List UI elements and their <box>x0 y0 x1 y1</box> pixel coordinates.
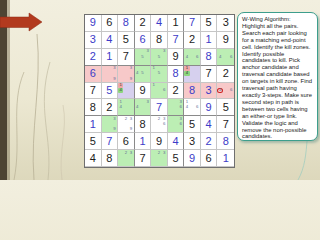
red-arrow-shape <box>0 0 48 36</box>
cell-r8c2[interactable]: 7 <box>102 133 119 150</box>
cell-r3c5[interactable]: 35 <box>151 49 168 66</box>
candidate-9: 9 <box>128 127 133 132</box>
cell-value: 7 <box>106 136 112 147</box>
description-panel: W-Wing Algorithm: Highlight all the pair… <box>237 12 318 141</box>
candidate-4: 4 <box>118 105 123 110</box>
cell-value: 7 <box>189 17 195 28</box>
cell-r2c7[interactable]: 2 <box>184 32 201 49</box>
cell-r9c2[interactable]: 8 <box>102 150 119 167</box>
cell-value: 7 <box>90 85 96 96</box>
cell-r7c8[interactable]: 4 <box>201 116 218 133</box>
cell-value: 1 <box>223 153 229 164</box>
cell-r1c3[interactable]: 8 <box>118 15 135 32</box>
cell-r8c3[interactable]: 6 <box>118 133 135 150</box>
candidate-9: 9 <box>128 76 133 81</box>
cell-r7c7[interactable]: 5 <box>184 116 201 133</box>
cell-r6c5[interactable]: 7 <box>151 99 168 116</box>
cell-r3c4[interactable]: 35 <box>135 49 152 66</box>
cell-r6c2[interactable]: 2 <box>102 99 119 116</box>
candidate-6: 6 <box>178 105 183 110</box>
cell-r9c5[interactable]: 23 <box>151 150 168 167</box>
cell-value: 8 <box>139 119 145 130</box>
candidate-4: 4 <box>217 54 223 59</box>
candidate-4: 4 <box>217 88 223 93</box>
candidate-1: 1 <box>151 83 156 88</box>
cell-value: 2 <box>90 51 96 62</box>
candidate-6: 6 <box>228 54 234 59</box>
cell-r3c9[interactable]: 46 <box>217 49 234 66</box>
cell-r5c9[interactable]: 46 <box>217 83 234 100</box>
cell-r5c3[interactable]: 14 <box>118 83 135 100</box>
cell-r9c9[interactable]: 1 <box>217 150 234 167</box>
cell-r2c9[interactable]: 9 <box>217 32 234 49</box>
cell-r7c1[interactable]: 1 <box>85 116 102 133</box>
cell-r2c6[interactable]: 7 <box>168 32 185 49</box>
cell-r4c6[interactable]: 8 <box>168 66 185 83</box>
candidate-3: 3 <box>128 66 133 71</box>
cell-r2c4[interactable]: 6 <box>135 32 152 49</box>
cell-value: 2 <box>223 68 229 79</box>
cell-value: 1 <box>172 17 178 28</box>
cell-r2c8[interactable]: 1 <box>201 32 218 49</box>
cell-r8c6[interactable]: 4 <box>168 133 185 150</box>
candidate-5: 5 <box>140 54 145 59</box>
candidate-9: 9 <box>112 127 117 132</box>
cell-r2c5[interactable]: 8 <box>151 32 168 49</box>
cell-value: 4 <box>172 136 178 147</box>
cell-r7c5[interactable]: 236 <box>151 116 168 133</box>
cell-r1c4[interactable]: 2 <box>135 15 152 32</box>
cell-r5c8[interactable]: 3 <box>201 83 218 100</box>
cell-r5c1[interactable]: 7 <box>85 83 102 100</box>
cell-r9c7[interactable]: 9 <box>184 150 201 167</box>
candidate-3: 3 <box>112 116 117 121</box>
candidate-4: 4 <box>184 54 189 59</box>
cell-r6c8[interactable]: 9 <box>201 99 218 116</box>
cell-value: 8 <box>223 136 229 147</box>
cell-value: 9 <box>139 85 145 96</box>
cell-value: 9 <box>156 136 162 147</box>
cell-value: 2 <box>139 17 145 28</box>
cell-r6c7[interactable]: 146 <box>184 99 201 116</box>
cell-value: 9 <box>90 17 96 28</box>
slide-canvas: { "game": "sudoku", "slide": { "panel_te… <box>0 0 320 180</box>
cell-value: 3 <box>189 136 195 147</box>
cell-r1c5[interactable]: 4 <box>151 15 168 32</box>
cell-value: 5 <box>189 119 195 130</box>
cell-value: 7 <box>172 34 178 45</box>
cell-value: 5 <box>172 153 178 164</box>
candidate-6: 6 <box>178 122 183 127</box>
cell-r5c4[interactable]: 9 <box>135 83 152 100</box>
cell-r5c6[interactable]: 2 <box>168 83 185 100</box>
cell-r4c2[interactable]: 39 <box>102 66 119 83</box>
cell-value: 2 <box>189 34 195 45</box>
cell-r4c1[interactable]: 6 <box>85 66 102 83</box>
cell-value: 6 <box>106 17 112 28</box>
cell-value: 1 <box>90 119 96 130</box>
cell-r4c8[interactable]: 7 <box>201 66 218 83</box>
cell-r3c6[interactable]: 9 <box>168 49 185 66</box>
cell-r8c9[interactable]: 8 <box>217 133 234 150</box>
cell-r3c2[interactable]: 1 <box>102 49 119 66</box>
cell-value: 4 <box>206 119 212 130</box>
cell-r6c1[interactable]: 8 <box>85 99 102 116</box>
cell-r7c4[interactable]: 8 <box>135 116 152 133</box>
cell-r6c4[interactable]: 34 <box>135 99 152 116</box>
cell-value: 3 <box>206 85 212 96</box>
cell-r7c3[interactable]: 239 <box>118 116 135 133</box>
candidate-3: 3 <box>162 150 167 155</box>
cell-value: 9 <box>189 153 195 164</box>
candidate-6: 6 <box>195 54 200 59</box>
cell-r3c1[interactable]: 2 <box>85 49 102 66</box>
cell-r8c8[interactable]: 2 <box>201 133 218 150</box>
cell-r5c5[interactable]: 16 <box>151 83 168 100</box>
cell-r1c6[interactable]: 1 <box>168 15 185 32</box>
cell-r2c3[interactable]: 5 <box>118 32 135 49</box>
candidate-3: 3 <box>112 66 117 71</box>
cell-r1c2[interactable]: 6 <box>102 15 119 32</box>
cell-value: 8 <box>189 85 195 96</box>
cell-value: 2 <box>206 136 212 147</box>
cell-value: 6 <box>206 153 212 164</box>
cell-value: 6 <box>123 136 129 147</box>
candidate-5: 5 <box>156 54 161 59</box>
cell-value: 5 <box>106 85 112 96</box>
cell-r8c1[interactable]: 5 <box>85 133 102 150</box>
cell-r4c9[interactable]: 2 <box>217 66 234 83</box>
candidate-3: 3 <box>145 49 150 54</box>
candidate-5: 5 <box>156 71 161 76</box>
candidate-6: 6 <box>195 105 200 110</box>
cell-r4c3[interactable]: 39 <box>118 66 135 83</box>
cell-value: 1 <box>106 51 112 62</box>
cell-value: 8 <box>156 34 162 45</box>
cell-value: 4 <box>156 17 162 28</box>
cell-r2c2[interactable]: 4 <box>102 32 119 49</box>
cell-value: 1 <box>139 136 145 147</box>
cell-r7c6[interactable]: 36 <box>168 116 185 133</box>
cell-value: 8 <box>90 102 96 113</box>
cell-value: 8 <box>206 51 212 62</box>
cell-value: 5 <box>223 102 229 113</box>
cell-r7c9[interactable]: 7 <box>217 116 234 133</box>
cell-r8c4[interactable]: 1 <box>135 133 152 150</box>
cell-r5c7[interactable]: 8 <box>184 83 201 100</box>
cell-r4c4[interactable]: 45 <box>135 66 152 83</box>
cell-value: 9 <box>223 34 229 45</box>
cell-r6c9[interactable]: 5 <box>217 99 234 116</box>
candidate-4: 4 <box>118 88 123 93</box>
cell-value: 7 <box>223 119 229 130</box>
candidate-3: 3 <box>128 116 133 121</box>
cell-value: 8 <box>123 17 129 28</box>
cell-r8c5[interactable]: 9 <box>151 133 168 150</box>
candidate-3: 3 <box>128 150 133 155</box>
cell-r3c8[interactable]: 8 <box>201 49 218 66</box>
candidate-4: 4 <box>184 105 189 110</box>
cell-value: 7 <box>206 68 212 79</box>
candidate-9: 9 <box>112 76 117 81</box>
candidate-4: 4 <box>184 71 189 76</box>
cell-value: 4 <box>106 34 112 45</box>
candidate-5: 5 <box>140 71 145 76</box>
cell-r9c1[interactable]: 4 <box>85 150 102 167</box>
candidate-3: 3 <box>145 99 150 104</box>
cell-value: 3 <box>223 17 229 28</box>
algorithm-description-text: W-Wing Algorithm: Highlight all the pair… <box>242 16 313 140</box>
cell-r3c7[interactable]: 46 <box>184 49 201 66</box>
cell-r4c5[interactable]: 15 <box>151 66 168 83</box>
cell-r1c9[interactable]: 3 <box>217 15 234 32</box>
cell-value: 9 <box>206 102 212 113</box>
cell-value: 7 <box>123 51 129 62</box>
cell-value: 8 <box>106 153 112 164</box>
cell-r8c7[interactable]: 3 <box>184 133 201 150</box>
cell-value: 5 <box>90 136 96 147</box>
cell-value: 6 <box>139 34 145 45</box>
candidate-3: 3 <box>162 49 167 54</box>
cell-r1c1[interactable]: 9 <box>85 15 102 32</box>
candidate-6: 6 <box>162 122 167 127</box>
cell-value: 8 <box>172 68 178 79</box>
cell-r9c8[interactable]: 6 <box>201 150 218 167</box>
cell-value: 1 <box>206 34 212 45</box>
cell-value: 5 <box>123 34 129 45</box>
cell-value: 6 <box>90 68 96 79</box>
cell-value: 7 <box>156 102 162 113</box>
cell-r3c3[interactable]: 7 <box>118 49 135 66</box>
cell-value: 7 <box>139 153 145 164</box>
cell-value: 5 <box>206 17 212 28</box>
cell-r1c7[interactable]: 7 <box>184 15 201 32</box>
cell-value: 4 <box>90 153 96 164</box>
cell-value: 9 <box>172 51 178 62</box>
cell-r1c8[interactable]: 5 <box>201 15 218 32</box>
cell-r4c7[interactable]: 14 <box>184 66 201 83</box>
cell-value: 2 <box>106 102 112 113</box>
cell-r9c4[interactable]: 7 <box>135 150 152 167</box>
candidate-6: 6 <box>162 88 167 93</box>
sudoku-board: 9682417533456872192173535946846639394515… <box>84 14 235 168</box>
cell-r6c6[interactable]: 36 <box>168 99 185 116</box>
cell-r6c3[interactable]: 14 <box>118 99 135 116</box>
cell-r2c1[interactable]: 3 <box>85 32 102 49</box>
cell-value: 3 <box>90 34 96 45</box>
candidate-6: 6 <box>228 88 234 93</box>
candidate-4: 4 <box>135 105 140 110</box>
cell-r9c6[interactable]: 5 <box>168 150 185 167</box>
cell-value: 2 <box>172 85 178 96</box>
cell-r9c3[interactable]: 23 <box>118 150 135 167</box>
cell-r7c2[interactable]: 39 <box>102 116 119 133</box>
cell-r5c2[interactable]: 5 <box>102 83 119 100</box>
